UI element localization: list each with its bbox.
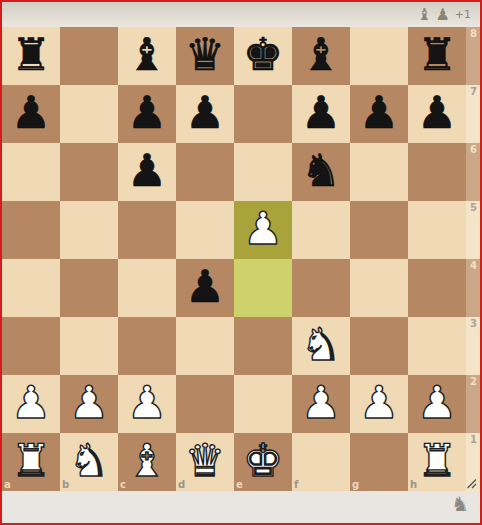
square-c1[interactable]: ♝c [118,433,176,491]
piece-white-pawn[interactable]: ♟ [350,375,408,433]
file-label-d: d [178,479,185,490]
square-e4[interactable] [234,259,292,317]
square-b2[interactable]: ♟ [60,375,118,433]
square-b8[interactable] [60,27,118,85]
piece-black-pawn[interactable]: ♟ [292,85,350,143]
captured-pawn-icon: ♟ [435,7,449,23]
square-a3[interactable] [2,317,60,375]
square-f8[interactable]: ♝ [292,27,350,85]
square-a6[interactable] [2,143,60,201]
piece-black-pawn[interactable]: ♟ [2,85,60,143]
square-h2[interactable]: ♟ [408,375,466,433]
top-bar: ♝ ♟ +1 [2,2,480,27]
square-c7[interactable]: ♟ [118,85,176,143]
file-label-c: c [120,479,126,490]
square-h1[interactable]: ♜h [408,433,466,491]
app-window: ♝ ♟ +1 ♜♝♛♚♝♜♟♟♟♟♟♟♟♞♟♟♞♟♟♟♟♟♟♜a♞b♝c♛d♚e… [0,0,482,525]
square-h8[interactable]: ♜ [408,27,466,85]
square-e6[interactable] [234,143,292,201]
square-c6[interactable]: ♟ [118,143,176,201]
rank-label-6: 6 [466,143,480,201]
square-g1[interactable]: g [350,433,408,491]
square-c3[interactable] [118,317,176,375]
piece-black-pawn[interactable]: ♟ [176,85,234,143]
file-label-g: g [352,479,359,490]
rank-label-4: 4 [466,259,480,317]
square-a5[interactable] [2,201,60,259]
piece-white-knight[interactable]: ♞ [292,317,350,375]
piece-black-bishop[interactable]: ♝ [292,27,350,85]
square-f7[interactable]: ♟ [292,85,350,143]
piece-white-bishop[interactable]: ♝ [118,433,176,491]
board-resize-handle[interactable] [466,478,477,489]
square-e1[interactable]: ♚e [234,433,292,491]
rank-strip: 87654321 [466,27,480,491]
square-e5[interactable]: ♟ [234,201,292,259]
square-a4[interactable] [2,259,60,317]
square-a1[interactable]: ♜a [2,433,60,491]
square-g2[interactable]: ♟ [350,375,408,433]
square-d5[interactable] [176,201,234,259]
piece-black-pawn[interactable]: ♟ [118,143,176,201]
square-c5[interactable] [118,201,176,259]
square-b4[interactable] [60,259,118,317]
piece-white-pawn[interactable]: ♟ [2,375,60,433]
square-g8[interactable] [350,27,408,85]
piece-black-pawn[interactable]: ♟ [118,85,176,143]
piece-white-pawn[interactable]: ♟ [118,375,176,433]
square-h6[interactable] [408,143,466,201]
piece-white-pawn[interactable]: ♟ [408,375,466,433]
square-a7[interactable]: ♟ [2,85,60,143]
piece-black-rook[interactable]: ♜ [2,27,60,85]
square-d1[interactable]: ♛d [176,433,234,491]
square-b1[interactable]: ♞b [60,433,118,491]
square-d4[interactable]: ♟ [176,259,234,317]
file-label-a: a [4,479,11,490]
square-g5[interactable] [350,201,408,259]
square-e2[interactable] [234,375,292,433]
engine-knight-icon: ♞ [451,494,469,514]
piece-white-pawn[interactable]: ♟ [60,375,118,433]
piece-black-king[interactable]: ♚ [234,27,292,85]
square-f5[interactable] [292,201,350,259]
square-d2[interactable] [176,375,234,433]
square-g7[interactable]: ♟ [350,85,408,143]
file-label-e: e [236,479,243,490]
piece-black-queen[interactable]: ♛ [176,27,234,85]
square-e8[interactable]: ♚ [234,27,292,85]
square-c4[interactable] [118,259,176,317]
piece-white-pawn[interactable]: ♟ [234,201,292,259]
square-h7[interactable]: ♟ [408,85,466,143]
square-c2[interactable]: ♟ [118,375,176,433]
piece-black-pawn[interactable]: ♟ [408,85,466,143]
square-f3[interactable]: ♞ [292,317,350,375]
square-g3[interactable] [350,317,408,375]
file-label-f: f [294,479,298,490]
square-d8[interactable]: ♛ [176,27,234,85]
piece-white-pawn[interactable]: ♟ [292,375,350,433]
square-b6[interactable] [60,143,118,201]
square-g4[interactable] [350,259,408,317]
square-g6[interactable] [350,143,408,201]
rank-label-2: 2 [466,375,480,433]
square-f1[interactable]: f [292,433,350,491]
piece-black-knight[interactable]: ♞ [292,143,350,201]
piece-black-pawn[interactable]: ♟ [350,85,408,143]
board-area: ♜♝♛♚♝♜♟♟♟♟♟♟♟♞♟♟♞♟♟♟♟♟♟♜a♞b♝c♛d♚efg♜h 87… [2,27,480,491]
square-b5[interactable] [60,201,118,259]
piece-black-bishop[interactable]: ♝ [118,27,176,85]
square-f6[interactable]: ♞ [292,143,350,201]
square-h3[interactable] [408,317,466,375]
square-e7[interactable] [234,85,292,143]
chess-board[interactable]: ♜♝♛♚♝♜♟♟♟♟♟♟♟♞♟♟♞♟♟♟♟♟♟♜a♞b♝c♛d♚efg♜h [2,27,466,491]
rank-label-3: 3 [466,317,480,375]
square-b3[interactable] [60,317,118,375]
rank-label-7: 7 [466,85,480,143]
square-d7[interactable]: ♟ [176,85,234,143]
piece-black-rook[interactable]: ♜ [408,27,466,85]
square-d6[interactable] [176,143,234,201]
square-h4[interactable] [408,259,466,317]
square-f2[interactable]: ♟ [292,375,350,433]
rank-label-5: 5 [466,201,480,259]
material-score: +1 [455,8,471,21]
square-b7[interactable] [60,85,118,143]
piece-black-pawn[interactable]: ♟ [176,259,234,317]
square-e3[interactable] [234,317,292,375]
file-label-b: b [62,479,69,490]
rank-label-8: 8 [466,27,480,85]
captured-bishop-icon: ♝ [417,7,431,23]
square-d3[interactable] [176,317,234,375]
bottom-bar: ♞ [2,491,480,523]
square-a8[interactable]: ♜ [2,27,60,85]
square-c8[interactable]: ♝ [118,27,176,85]
square-h5[interactable] [408,201,466,259]
square-a2[interactable]: ♟ [2,375,60,433]
file-label-h: h [410,479,417,490]
square-f4[interactable] [292,259,350,317]
